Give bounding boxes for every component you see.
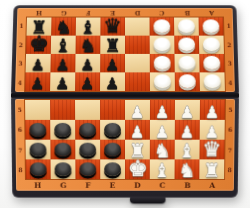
checker-white[interactable]	[204, 74, 221, 88]
checker-white[interactable]	[154, 38, 171, 51]
square-E3[interactable]: ♟	[100, 54, 125, 72]
squares-bottom-half: ♟♟♟♟♟♟♟♟♜♞♝♛♚♝♞♜	[24, 99, 226, 180]
checker-black[interactable]	[29, 143, 46, 157]
piece-black-pawn[interactable]: ♟	[55, 76, 70, 92]
square-D5[interactable]: ♟	[125, 100, 150, 120]
board-top-half: HGFEDCBA 1234 ♜♞♝♛♚♝♞♜♟♟♟♟♟♟♟♟ 1234	[11, 5, 239, 94]
piece-white-pawn[interactable]: ♟	[205, 105, 219, 121]
square-E5[interactable]	[100, 100, 125, 120]
rank-label-left-6: 6	[18, 126, 22, 133]
rank-labels-top-right: 1234	[224, 17, 235, 92]
square-A3[interactable]	[199, 54, 224, 72]
checker-white[interactable]	[202, 19, 219, 32]
square-C5[interactable]: ♟	[150, 100, 175, 120]
rank-label-right-5: 5	[228, 106, 232, 113]
board-bottom-half: 5678 ♟♟♟♟♟♟♟♟♜♞♝♛♚♝♞♜ 5678 HGFEDCBA	[11, 97, 239, 198]
piece-white-knight[interactable]: ♞	[178, 161, 195, 180]
piece-white-bishop[interactable]: ♝	[154, 161, 171, 180]
checker-white[interactable]	[154, 74, 171, 88]
checker-white[interactable]	[153, 19, 170, 32]
folding-chessboard: HGFEDCBA 1234 ♜♞♝♛♚♝♞♜♟♟♟♟♟♟♟♟ 1234 5678…	[11, 2, 239, 199]
piece-white-pawn[interactable]: ♟	[180, 125, 194, 141]
square-F5[interactable]	[75, 100, 100, 120]
square-D6[interactable]: ♟	[125, 120, 150, 140]
square-H5[interactable]	[25, 100, 50, 120]
checker-white[interactable]	[178, 19, 195, 32]
square-A2[interactable]	[199, 36, 224, 54]
piece-black-pawn[interactable]: ♟	[105, 76, 119, 92]
square-F6[interactable]	[75, 120, 100, 140]
checker-white[interactable]	[178, 56, 195, 70]
checker-black[interactable]	[29, 123, 46, 137]
piece-black-rook[interactable]: ♜	[104, 37, 121, 55]
piece-white-king[interactable]: ♚	[128, 158, 148, 179]
square-G3[interactable]: ♟	[50, 54, 75, 72]
file-labels-bottom: HGFEDCBA	[25, 181, 225, 190]
file-label-top-A: A	[209, 8, 214, 17]
square-E4[interactable]: ♟	[100, 72, 125, 91]
checker-white[interactable]	[154, 56, 171, 70]
checker-white[interactable]	[178, 38, 195, 51]
checker-white[interactable]	[203, 56, 220, 70]
square-G8[interactable]	[51, 159, 76, 179]
file-label-bottom-E: E	[110, 181, 116, 190]
piece-black-bishop[interactable]: ♝	[55, 37, 72, 55]
square-A7[interactable]: ♛	[199, 140, 224, 160]
square-D1[interactable]	[125, 17, 150, 35]
rank-label-left-3: 3	[18, 60, 22, 67]
piece-black-knight[interactable]: ♞	[79, 37, 96, 55]
file-label-bottom-B: B	[184, 181, 191, 190]
square-G7[interactable]	[50, 140, 75, 160]
checker-black[interactable]	[79, 143, 96, 157]
checker-black[interactable]	[55, 162, 72, 176]
file-label-bottom-D: D	[134, 181, 141, 190]
square-C8[interactable]: ♝	[150, 159, 175, 179]
file-label-top-D: D	[135, 8, 141, 17]
square-E6[interactable]	[100, 120, 125, 140]
checker-black[interactable]	[30, 162, 47, 176]
square-F8[interactable]	[75, 159, 100, 179]
piece-black-king[interactable]: ♚	[29, 34, 49, 55]
file-label-bottom-H: H	[34, 181, 42, 190]
square-D8[interactable]: ♚	[125, 159, 150, 179]
rank-label-right-8: 8	[228, 167, 232, 174]
square-A6[interactable]: ♟	[200, 120, 225, 140]
piece-white-knight[interactable]: ♞	[154, 142, 171, 161]
square-A1[interactable]	[199, 17, 224, 35]
board-hinge	[11, 93, 239, 98]
square-E2[interactable]: ♜	[100, 36, 125, 54]
square-G1[interactable]: ♞	[51, 17, 76, 35]
checker-black[interactable]	[54, 123, 71, 137]
checker-black[interactable]	[79, 123, 96, 137]
file-labels-top: HGFEDCBA	[26, 8, 224, 17]
squares-top-half: ♜♞♝♛♚♝♞♜♟♟♟♟♟♟♟♟	[24, 17, 226, 92]
square-G5[interactable]	[50, 100, 75, 120]
square-A8[interactable]: ♜	[199, 159, 224, 179]
square-D2[interactable]	[125, 36, 150, 54]
rank-label-right-1: 1	[227, 22, 231, 29]
piece-white-rook[interactable]: ♜	[203, 161, 220, 180]
square-C6[interactable]: ♟	[150, 120, 175, 140]
square-B6[interactable]: ♟	[175, 120, 200, 140]
file-label-bottom-A: A	[209, 181, 215, 190]
square-B7[interactable]: ♝	[175, 140, 200, 160]
square-C1[interactable]	[150, 17, 175, 35]
square-F7[interactable]	[75, 140, 100, 160]
piece-black-pawn[interactable]: ♟	[105, 58, 119, 73]
piece-black-queen[interactable]: ♛	[103, 17, 122, 37]
square-C3[interactable]	[150, 54, 175, 72]
piece-black-pawn[interactable]: ♟	[30, 76, 45, 92]
board-bottom-margin: 5678 ♟♟♟♟♟♟♟♟♜♞♝♛♚♝♞♜ 5678 HGFEDCBA	[15, 99, 235, 191]
checker-black[interactable]	[104, 143, 121, 157]
checker-white[interactable]	[203, 38, 220, 51]
square-F1[interactable]: ♝	[76, 17, 101, 35]
piece-white-bishop[interactable]: ♝	[179, 142, 196, 161]
square-B3[interactable]	[174, 54, 199, 72]
square-E8[interactable]	[100, 159, 125, 179]
square-G4[interactable]: ♟	[50, 72, 75, 91]
square-E7[interactable]	[100, 140, 125, 160]
piece-white-queen[interactable]: ♛	[203, 140, 222, 161]
square-C7[interactable]: ♞	[150, 140, 175, 160]
rank-label-right-2: 2	[227, 41, 231, 48]
square-H4[interactable]: ♟	[25, 72, 50, 91]
square-F2[interactable]: ♞	[76, 36, 101, 54]
checker-black[interactable]	[104, 162, 121, 176]
rank-label-left-7: 7	[18, 146, 22, 153]
rank-label-left-2: 2	[19, 41, 23, 48]
checker-white[interactable]	[179, 74, 196, 88]
square-H7[interactable]	[25, 140, 50, 160]
square-D3[interactable]	[125, 54, 150, 72]
square-E1[interactable]: ♛	[100, 17, 125, 35]
rank-label-left-8: 8	[18, 167, 22, 174]
file-label-top-G: G	[61, 8, 67, 17]
square-C2[interactable]	[150, 36, 175, 54]
square-B4[interactable]	[175, 72, 200, 91]
rank-label-right-6: 6	[228, 126, 232, 133]
piece-white-pawn[interactable]: ♟	[130, 125, 144, 141]
square-B5[interactable]: ♟	[175, 100, 200, 120]
piece-black-pawn[interactable]: ♟	[81, 58, 95, 73]
rank-label-left-5: 5	[18, 106, 22, 113]
rank-label-left-4: 4	[18, 79, 22, 86]
product-photo: HGFEDCBA 1234 ♜♞♝♛♚♝♞♜♟♟♟♟♟♟♟♟ 1234 5678…	[0, 0, 250, 208]
piece-black-pawn[interactable]: ♟	[56, 58, 70, 73]
square-H6[interactable]	[25, 120, 50, 140]
piece-white-pawn[interactable]: ♟	[155, 105, 169, 121]
rank-label-right-4: 4	[228, 79, 232, 86]
square-H3[interactable]: ♟	[26, 54, 51, 72]
latch-tab	[129, 197, 165, 204]
file-label-top-H: H	[36, 8, 42, 17]
file-label-top-F: F	[86, 8, 91, 17]
piece-black-pawn[interactable]: ♟	[31, 58, 46, 73]
square-F3[interactable]: ♟	[75, 54, 100, 72]
file-label-bottom-F: F	[85, 181, 91, 190]
piece-white-pawn[interactable]: ♟	[130, 105, 144, 121]
rank-label-right-3: 3	[228, 60, 232, 67]
file-label-bottom-G: G	[60, 181, 67, 190]
piece-white-pawn[interactable]: ♟	[180, 105, 194, 121]
square-D4[interactable]	[125, 72, 150, 91]
board-top-margin: HGFEDCBA 1234 ♜♞♝♛♚♝♞♜♟♟♟♟♟♟♟♟ 1234	[15, 8, 235, 92]
file-label-top-C: C	[160, 8, 165, 17]
rank-labels-bottom-right: 5678	[225, 99, 235, 180]
square-G6[interactable]	[50, 120, 75, 140]
square-B2[interactable]	[174, 36, 199, 54]
checker-black[interactable]	[54, 143, 71, 157]
square-H8[interactable]	[26, 159, 51, 179]
square-H2[interactable]: ♚	[26, 36, 51, 54]
rank-label-left-1: 1	[19, 22, 23, 29]
square-C4[interactable]	[150, 72, 175, 91]
file-label-top-B: B	[184, 8, 190, 17]
checker-black[interactable]	[79, 162, 96, 176]
square-G2[interactable]: ♝	[51, 36, 76, 54]
piece-white-pawn[interactable]: ♟	[155, 125, 169, 141]
square-B1[interactable]	[174, 17, 199, 35]
rank-label-right-7: 7	[228, 146, 232, 153]
file-label-bottom-C: C	[159, 181, 165, 190]
piece-black-pawn[interactable]: ♟	[80, 76, 94, 92]
square-B8[interactable]: ♞	[175, 159, 200, 179]
square-A4[interactable]	[200, 72, 225, 91]
square-F4[interactable]: ♟	[75, 72, 100, 91]
square-A5[interactable]: ♟	[200, 100, 225, 120]
checker-black[interactable]	[104, 123, 121, 137]
